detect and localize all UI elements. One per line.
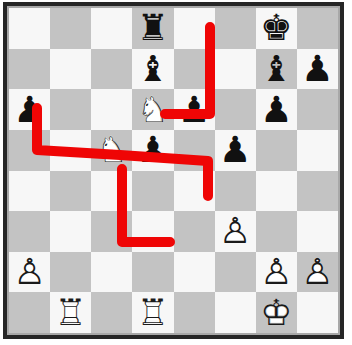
square-h8[interactable] (297, 8, 338, 49)
knight-outline-glyph: ♘ (132, 89, 173, 130)
square-g7[interactable]: ♝ (256, 49, 297, 90)
square-c7[interactable] (91, 49, 132, 90)
square-e1[interactable] (174, 292, 215, 333)
square-g5[interactable] (256, 130, 297, 171)
pawn-glyph: ♟ (256, 89, 297, 130)
square-c5[interactable]: ♞♘ (91, 130, 132, 171)
piece-black-pawn: ♟ (297, 49, 338, 90)
king-glyph: ♚ (256, 8, 297, 49)
square-f5[interactable]: ♟ (215, 130, 256, 171)
square-c2[interactable] (91, 252, 132, 293)
piece-black-bishop: ♝ (132, 49, 173, 90)
square-a6[interactable]: ♟ (9, 89, 50, 130)
square-c3[interactable] (91, 211, 132, 252)
square-c4[interactable] (91, 171, 132, 212)
pawn-glyph: ♟ (132, 130, 173, 171)
square-d2[interactable] (132, 252, 173, 293)
square-f1[interactable] (215, 292, 256, 333)
square-g6[interactable]: ♟ (256, 89, 297, 130)
square-b7[interactable] (50, 49, 91, 90)
square-g1[interactable]: ♚♔ (256, 292, 297, 333)
square-a4[interactable] (9, 171, 50, 212)
square-g8[interactable]: ♚ (256, 8, 297, 49)
square-c6[interactable] (91, 89, 132, 130)
square-e3[interactable] (174, 211, 215, 252)
square-a7[interactable] (9, 49, 50, 90)
square-d6[interactable]: ♞♘ (132, 89, 173, 130)
square-d5[interactable]: ♟ (132, 130, 173, 171)
square-d8[interactable]: ♜ (132, 8, 173, 49)
piece-black-pawn: ♟ (215, 130, 256, 171)
pawn-outline-glyph: ♙ (215, 211, 256, 252)
square-h1[interactable] (297, 292, 338, 333)
pawn-glyph: ♟ (215, 130, 256, 171)
piece-white-rook: ♜♖ (132, 292, 173, 333)
square-b1[interactable]: ♜♖ (50, 292, 91, 333)
king-outline-glyph: ♔ (256, 292, 297, 333)
square-c8[interactable] (91, 8, 132, 49)
square-b2[interactable] (50, 252, 91, 293)
square-a1[interactable] (9, 292, 50, 333)
piece-white-pawn: ♟♙ (256, 252, 297, 293)
square-c1[interactable] (91, 292, 132, 333)
pawn-outline-glyph: ♙ (9, 252, 50, 293)
square-f8[interactable] (215, 8, 256, 49)
square-h6[interactable] (297, 89, 338, 130)
square-f7[interactable] (215, 49, 256, 90)
pawn-glyph: ♟ (9, 89, 50, 130)
square-e2[interactable] (174, 252, 215, 293)
bishop-glyph: ♝ (256, 49, 297, 90)
board-frame: ♜♚♝♝♟♟♞♘♟♟♞♘♟♟♟♙♟♙♟♙♟♙♜♖♜♖♚♔ (3, 2, 344, 339)
square-b5[interactable] (50, 130, 91, 171)
square-f6[interactable] (215, 89, 256, 130)
square-h5[interactable] (297, 130, 338, 171)
piece-white-king: ♚♔ (256, 292, 297, 333)
piece-white-pawn: ♟♙ (297, 252, 338, 293)
square-a5[interactable] (9, 130, 50, 171)
pawn-glyph: ♟ (174, 89, 215, 130)
pawn-outline-glyph: ♙ (256, 252, 297, 293)
piece-black-pawn: ♟ (256, 89, 297, 130)
piece-white-rook: ♜♖ (50, 292, 91, 333)
piece-black-bishop: ♝ (256, 49, 297, 90)
square-e8[interactable] (174, 8, 215, 49)
knight-outline-glyph: ♘ (91, 130, 132, 171)
rook-glyph: ♜ (132, 8, 173, 49)
square-a2[interactable]: ♟♙ (9, 252, 50, 293)
square-e6[interactable]: ♟ (174, 89, 215, 130)
square-e4[interactable] (174, 171, 215, 212)
square-f3[interactable]: ♟♙ (215, 211, 256, 252)
square-d1[interactable]: ♜♖ (132, 292, 173, 333)
screenshot-canvas: ♜♚♝♝♟♟♞♘♟♟♞♘♟♟♟♙♟♙♟♙♟♙♜♖♜♖♚♔ (0, 0, 352, 345)
square-g4[interactable] (256, 171, 297, 212)
square-d4[interactable] (132, 171, 173, 212)
square-h4[interactable] (297, 171, 338, 212)
square-d3[interactable] (132, 211, 173, 252)
chess-board[interactable]: ♜♚♝♝♟♟♞♘♟♟♞♘♟♟♟♙♟♙♟♙♟♙♜♖♜♖♚♔ (9, 8, 338, 333)
square-e5[interactable] (174, 130, 215, 171)
pawn-outline-glyph: ♙ (297, 252, 338, 293)
square-g3[interactable] (256, 211, 297, 252)
bishop-glyph: ♝ (132, 49, 173, 90)
square-h7[interactable]: ♟ (297, 49, 338, 90)
square-b3[interactable] (50, 211, 91, 252)
piece-white-knight: ♞♘ (91, 130, 132, 171)
piece-black-pawn: ♟ (174, 89, 215, 130)
square-f2[interactable] (215, 252, 256, 293)
piece-white-pawn: ♟♙ (215, 211, 256, 252)
pawn-glyph: ♟ (297, 49, 338, 90)
square-g2[interactable]: ♟♙ (256, 252, 297, 293)
square-d7[interactable]: ♝ (132, 49, 173, 90)
square-h2[interactable]: ♟♙ (297, 252, 338, 293)
square-a3[interactable] (9, 211, 50, 252)
square-h3[interactable] (297, 211, 338, 252)
piece-white-pawn: ♟♙ (9, 252, 50, 293)
piece-black-pawn: ♟ (132, 130, 173, 171)
square-b4[interactable] (50, 171, 91, 212)
rook-outline-glyph: ♖ (132, 292, 173, 333)
square-b8[interactable] (50, 8, 91, 49)
square-b6[interactable] (50, 89, 91, 130)
piece-black-pawn: ♟ (9, 89, 50, 130)
square-f4[interactable] (215, 171, 256, 212)
rook-outline-glyph: ♖ (50, 292, 91, 333)
piece-white-knight: ♞♘ (132, 89, 173, 130)
piece-black-rook: ♜ (132, 8, 173, 49)
square-e7[interactable] (174, 49, 215, 90)
square-a8[interactable] (9, 8, 50, 49)
piece-black-king: ♚ (256, 8, 297, 49)
